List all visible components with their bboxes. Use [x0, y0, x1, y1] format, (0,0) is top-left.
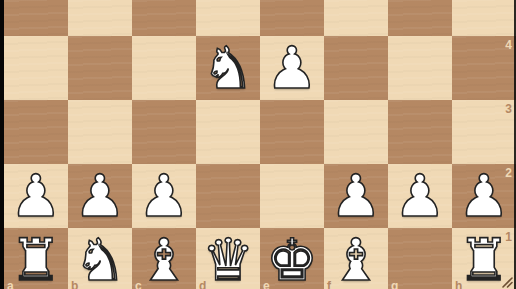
square-d2[interactable] — [196, 164, 260, 228]
square-g5[interactable] — [388, 0, 452, 36]
square-h2[interactable]: 2♟ — [452, 164, 516, 228]
square-c5[interactable] — [132, 0, 196, 36]
square-b2[interactable]: ♟ — [68, 164, 132, 228]
square-a2[interactable]: ♟ — [4, 164, 68, 228]
square-h4[interactable]: 4 — [452, 36, 516, 100]
white-king[interactable]: ♚ — [260, 228, 324, 289]
square-h3[interactable]: 3 — [452, 100, 516, 164]
square-b4[interactable] — [68, 36, 132, 100]
chess-board: 8765♞♟43♟♟♟♟♟2♟a♜b♞c♝d♛e♚f♝g1h♜ — [4, 0, 516, 289]
letterbox-bar-left — [0, 0, 4, 289]
white-rook[interactable]: ♜ — [4, 228, 68, 289]
white-bishop[interactable]: ♝ — [132, 228, 196, 289]
chess-board-viewport: 8765♞♟43♟♟♟♟♟2♟a♜b♞c♝d♛e♚f♝g1h♜ — [0, 0, 516, 289]
file-label-g: g — [391, 280, 398, 289]
white-knight[interactable]: ♞ — [68, 228, 132, 289]
square-f1[interactable]: f♝ — [324, 228, 388, 289]
square-g2[interactable]: ♟ — [388, 164, 452, 228]
square-g4[interactable] — [388, 36, 452, 100]
square-a4[interactable] — [4, 36, 68, 100]
white-pawn[interactable]: ♟ — [132, 164, 196, 228]
square-d4[interactable]: ♞ — [196, 36, 260, 100]
square-e3[interactable] — [260, 100, 324, 164]
square-d1[interactable]: d♛ — [196, 228, 260, 289]
square-a5[interactable] — [4, 0, 68, 36]
square-f4[interactable] — [324, 36, 388, 100]
square-h5[interactable]: 5 — [452, 0, 516, 36]
square-d5[interactable] — [196, 0, 260, 36]
square-b1[interactable]: b♞ — [68, 228, 132, 289]
square-c3[interactable] — [132, 100, 196, 164]
square-c4[interactable] — [132, 36, 196, 100]
rank-label-4: 4 — [505, 39, 512, 51]
white-knight[interactable]: ♞ — [196, 36, 260, 100]
square-d3[interactable] — [196, 100, 260, 164]
square-b3[interactable] — [68, 100, 132, 164]
square-c2[interactable]: ♟ — [132, 164, 196, 228]
square-f2[interactable]: ♟ — [324, 164, 388, 228]
square-e2[interactable] — [260, 164, 324, 228]
square-g1[interactable]: g — [388, 228, 452, 289]
white-pawn[interactable]: ♟ — [68, 164, 132, 228]
square-e1[interactable]: e♚ — [260, 228, 324, 289]
white-pawn[interactable]: ♟ — [260, 36, 324, 100]
board-resize-handle-icon[interactable] — [501, 276, 513, 288]
square-e5[interactable] — [260, 0, 324, 36]
square-a3[interactable] — [4, 100, 68, 164]
white-queen[interactable]: ♛ — [196, 228, 260, 289]
square-f3[interactable] — [324, 100, 388, 164]
white-pawn[interactable]: ♟ — [324, 164, 388, 228]
square-f5[interactable] — [324, 0, 388, 36]
rank-label-3: 3 — [505, 103, 512, 115]
square-c1[interactable]: c♝ — [132, 228, 196, 289]
white-bishop[interactable]: ♝ — [324, 228, 388, 289]
square-a1[interactable]: a♜ — [4, 228, 68, 289]
square-b5[interactable] — [68, 0, 132, 36]
white-pawn[interactable]: ♟ — [388, 164, 452, 228]
white-pawn[interactable]: ♟ — [452, 164, 516, 228]
square-e4[interactable]: ♟ — [260, 36, 324, 100]
white-pawn[interactable]: ♟ — [4, 164, 68, 228]
square-g3[interactable] — [388, 100, 452, 164]
